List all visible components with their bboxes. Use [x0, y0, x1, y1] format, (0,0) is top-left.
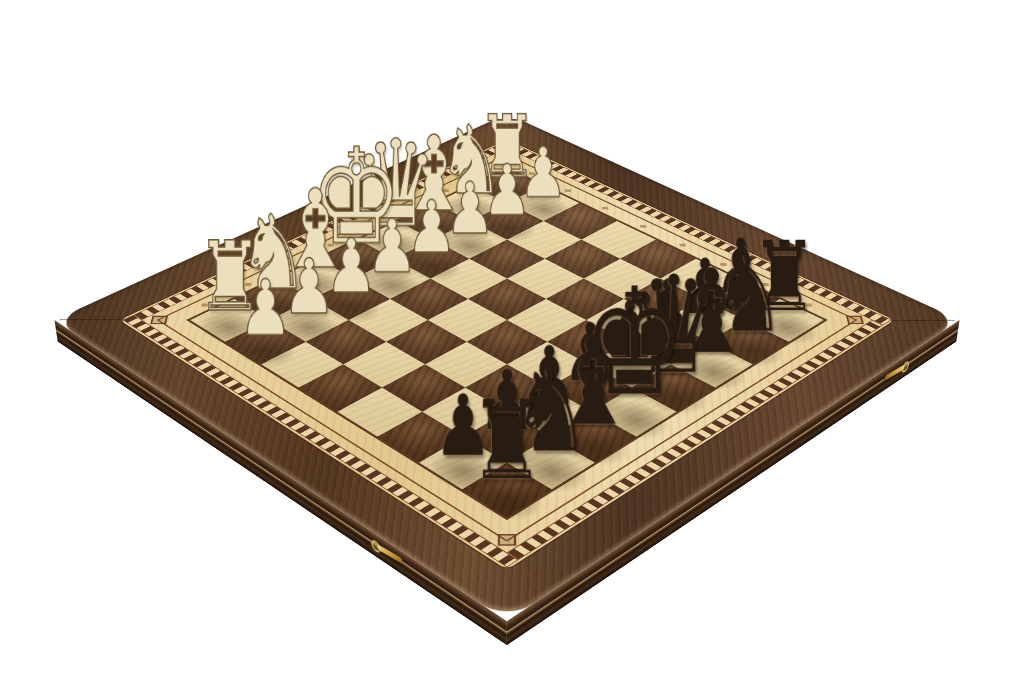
chess-set-photo: ♜♞♝♛♚♝♞♜♟♟♟♟♟♟♟♟♟♟♟♟♟♟♟♟♜♞♝♛♚♝♞♜	[0, 0, 1015, 700]
frame-mitre-seam	[59, 319, 131, 320]
chessboard: ♜♞♝♛♚♝♞♜♟♟♟♟♟♟♟♟♟♟♟♟♟♟♟♟♜♞♝♛♚♝♞♜	[54, 114, 959, 621]
scene-3d: ♜♞♝♛♚♝♞♜♟♟♟♟♟♟♟♟♟♟♟♟♟♟♟♟♜♞♝♛♚♝♞♜	[0, 0, 1015, 700]
border-inlay-mark	[602, 207, 609, 210]
black-rook-icon: ♜	[401, 387, 613, 495]
frame-mitre-seam	[883, 320, 955, 321]
white-pawn-icon: ♟	[170, 270, 360, 347]
